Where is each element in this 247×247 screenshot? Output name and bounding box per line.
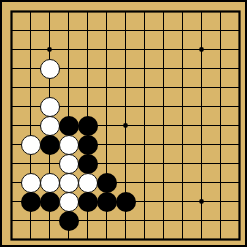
black-stone[interactable] [97,173,117,193]
white-stone[interactable] [40,97,60,117]
white-stone[interactable] [40,59,60,79]
black-stone[interactable] [21,192,41,212]
black-stone[interactable] [78,192,98,212]
black-stone[interactable] [97,192,117,212]
black-stone[interactable] [40,135,60,155]
white-stone[interactable] [21,173,41,193]
white-stone[interactable] [59,173,79,193]
go-diagram-frame [0,0,247,247]
black-stone[interactable] [116,192,136,212]
white-stone[interactable] [59,135,79,155]
black-stone[interactable] [78,154,98,174]
white-stone[interactable] [78,173,98,193]
go-board[interactable] [2,2,247,247]
black-stone[interactable] [78,116,98,136]
white-stone[interactable] [59,192,79,212]
black-stone[interactable] [59,211,79,231]
white-stone[interactable] [40,116,60,136]
white-stone[interactable] [59,154,79,174]
black-stone[interactable] [40,192,60,212]
white-stone[interactable] [21,135,41,155]
white-stone[interactable] [40,173,60,193]
black-stone[interactable] [59,116,79,136]
black-stone[interactable] [78,135,98,155]
